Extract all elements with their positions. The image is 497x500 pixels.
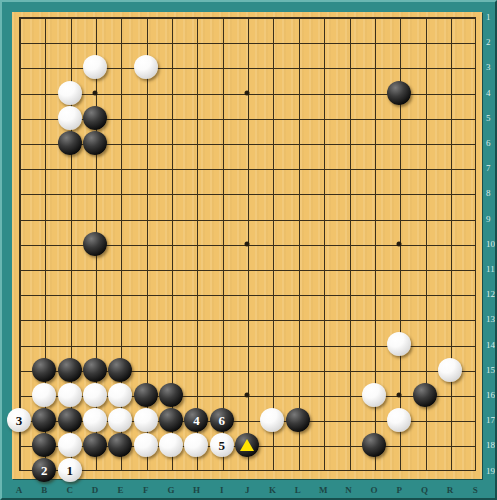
intersection-N17[interactable] [336, 407, 361, 432]
intersection-F18[interactable] [133, 433, 158, 458]
intersection-I16[interactable] [209, 382, 234, 407]
intersection-Q3[interactable] [412, 55, 437, 80]
intersection-B17[interactable] [32, 407, 57, 432]
intersection-K7[interactable] [260, 156, 285, 181]
intersection-J19[interactable] [234, 458, 259, 483]
intersection-D15[interactable] [82, 357, 107, 382]
intersection-M14[interactable] [310, 332, 335, 357]
stone-black-Q16[interactable] [413, 383, 437, 407]
stone-black-L17[interactable] [286, 408, 310, 432]
intersection-A15[interactable] [6, 357, 31, 382]
intersection-D11[interactable] [82, 256, 107, 281]
stone-black-B18[interactable] [32, 433, 56, 457]
intersection-G12[interactable] [158, 281, 183, 306]
intersection-L16[interactable] [285, 382, 310, 407]
intersection-L19[interactable] [285, 458, 310, 483]
intersection-B4[interactable] [32, 80, 57, 105]
intersection-K9[interactable] [260, 206, 285, 231]
intersection-P8[interactable] [386, 181, 411, 206]
intersection-D5[interactable] [82, 105, 107, 130]
intersection-M3[interactable] [310, 55, 335, 80]
intersection-O7[interactable] [361, 156, 386, 181]
intersection-H11[interactable] [184, 256, 209, 281]
intersection-G4[interactable] [158, 80, 183, 105]
intersection-F14[interactable] [133, 332, 158, 357]
intersection-S4[interactable] [463, 80, 488, 105]
intersection-L5[interactable] [285, 105, 310, 130]
intersection-Q5[interactable] [412, 105, 437, 130]
intersection-D19[interactable] [82, 458, 107, 483]
intersection-O2[interactable] [361, 30, 386, 55]
intersection-G1[interactable] [158, 4, 183, 29]
intersection-O6[interactable] [361, 130, 386, 155]
intersection-H3[interactable] [184, 55, 209, 80]
intersection-E13[interactable] [108, 307, 133, 332]
intersection-L13[interactable] [285, 307, 310, 332]
intersection-R10[interactable] [437, 231, 462, 256]
intersection-G19[interactable] [158, 458, 183, 483]
intersection-E5[interactable] [108, 105, 133, 130]
intersection-M5[interactable] [310, 105, 335, 130]
intersection-C3[interactable] [57, 55, 82, 80]
intersection-G6[interactable] [158, 130, 183, 155]
intersection-E7[interactable] [108, 156, 133, 181]
intersection-E11[interactable] [108, 256, 133, 281]
stone-white-F17[interactable] [134, 408, 158, 432]
intersection-K2[interactable] [260, 30, 285, 55]
intersection-H5[interactable] [184, 105, 209, 130]
intersection-D17[interactable] [82, 407, 107, 432]
intersection-D8[interactable] [82, 181, 107, 206]
intersection-Q10[interactable] [412, 231, 437, 256]
intersection-I3[interactable] [209, 55, 234, 80]
intersection-A3[interactable] [6, 55, 31, 80]
intersection-L11[interactable] [285, 256, 310, 281]
intersection-A1[interactable] [6, 4, 31, 29]
intersection-K17[interactable] [260, 407, 285, 432]
stone-white-D16[interactable] [83, 383, 107, 407]
intersection-L8[interactable] [285, 181, 310, 206]
intersection-D14[interactable] [82, 332, 107, 357]
stone-white-P14[interactable] [387, 332, 411, 356]
intersection-N2[interactable] [336, 30, 361, 55]
intersection-J4[interactable] [234, 80, 259, 105]
intersection-M8[interactable] [310, 181, 335, 206]
intersection-M4[interactable] [310, 80, 335, 105]
intersection-J1[interactable] [234, 4, 259, 29]
intersection-L15[interactable] [285, 357, 310, 382]
intersection-P14[interactable] [386, 332, 411, 357]
intersection-N8[interactable] [336, 181, 361, 206]
intersection-F19[interactable] [133, 458, 158, 483]
stone-black-H17[interactable]: 4 [184, 408, 208, 432]
intersection-B14[interactable] [32, 332, 57, 357]
intersection-E4[interactable] [108, 80, 133, 105]
intersection-F1[interactable] [133, 4, 158, 29]
intersection-D12[interactable] [82, 281, 107, 306]
intersection-R2[interactable] [437, 30, 462, 55]
stone-black-C6[interactable] [58, 131, 82, 155]
intersection-C10[interactable] [57, 231, 82, 256]
intersection-C14[interactable] [57, 332, 82, 357]
intersection-R15[interactable] [437, 357, 462, 382]
intersection-M17[interactable] [310, 407, 335, 432]
stone-white-E16[interactable] [108, 383, 132, 407]
intersection-F6[interactable] [133, 130, 158, 155]
intersection-S19[interactable] [463, 458, 488, 483]
stone-black-F16[interactable] [134, 383, 158, 407]
intersection-F13[interactable] [133, 307, 158, 332]
intersection-E3[interactable] [108, 55, 133, 80]
intersection-F2[interactable] [133, 30, 158, 55]
intersection-K13[interactable] [260, 307, 285, 332]
intersection-H10[interactable] [184, 231, 209, 256]
intersection-Q6[interactable] [412, 130, 437, 155]
intersection-C15[interactable] [57, 357, 82, 382]
intersection-P5[interactable] [386, 105, 411, 130]
intersection-A9[interactable] [6, 206, 31, 231]
stone-black-P4[interactable] [387, 81, 411, 105]
intersection-J10[interactable] [234, 231, 259, 256]
intersection-B6[interactable] [32, 130, 57, 155]
stone-black-G17[interactable] [159, 408, 183, 432]
intersection-H13[interactable] [184, 307, 209, 332]
intersection-C19[interactable]: 1 [57, 458, 82, 483]
intersection-M11[interactable] [310, 256, 335, 281]
intersection-A6[interactable] [6, 130, 31, 155]
intersection-N19[interactable] [336, 458, 361, 483]
intersection-O17[interactable] [361, 407, 386, 432]
intersection-F3[interactable] [133, 55, 158, 80]
intersection-N6[interactable] [336, 130, 361, 155]
intersection-R6[interactable] [437, 130, 462, 155]
intersection-S10[interactable] [463, 231, 488, 256]
intersection-J9[interactable] [234, 206, 259, 231]
intersection-R9[interactable] [437, 206, 462, 231]
intersection-I4[interactable] [209, 80, 234, 105]
stone-white-B16[interactable] [32, 383, 56, 407]
intersection-H1[interactable] [184, 4, 209, 29]
intersection-H12[interactable] [184, 281, 209, 306]
intersection-R4[interactable] [437, 80, 462, 105]
intersection-Q7[interactable] [412, 156, 437, 181]
intersection-G7[interactable] [158, 156, 183, 181]
intersection-K4[interactable] [260, 80, 285, 105]
intersection-H9[interactable] [184, 206, 209, 231]
intersection-N3[interactable] [336, 55, 361, 80]
stone-white-P17[interactable] [387, 408, 411, 432]
intersection-E17[interactable] [108, 407, 133, 432]
intersection-D3[interactable] [82, 55, 107, 80]
intersection-O4[interactable] [361, 80, 386, 105]
intersection-K6[interactable] [260, 130, 285, 155]
intersection-S14[interactable] [463, 332, 488, 357]
intersection-K1[interactable] [260, 4, 285, 29]
intersection-A17[interactable]: 3 [6, 407, 31, 432]
intersection-D18[interactable] [82, 433, 107, 458]
intersection-L7[interactable] [285, 156, 310, 181]
intersection-H19[interactable] [184, 458, 209, 483]
stone-black-I17[interactable]: 6 [210, 408, 234, 432]
intersection-O14[interactable] [361, 332, 386, 357]
intersection-G10[interactable] [158, 231, 183, 256]
intersection-I13[interactable] [209, 307, 234, 332]
stone-white-H18[interactable] [184, 433, 208, 457]
stone-white-E17[interactable] [108, 408, 132, 432]
intersection-E10[interactable] [108, 231, 133, 256]
intersection-S16[interactable] [463, 382, 488, 407]
intersection-L6[interactable] [285, 130, 310, 155]
intersection-J11[interactable] [234, 256, 259, 281]
intersection-O13[interactable] [361, 307, 386, 332]
intersection-F8[interactable] [133, 181, 158, 206]
intersection-Q11[interactable] [412, 256, 437, 281]
intersection-S8[interactable] [463, 181, 488, 206]
intersection-C16[interactable] [57, 382, 82, 407]
intersection-S17[interactable] [463, 407, 488, 432]
intersection-I18[interactable]: 5 [209, 433, 234, 458]
intersection-F7[interactable] [133, 156, 158, 181]
intersection-E8[interactable] [108, 181, 133, 206]
intersection-B10[interactable] [32, 231, 57, 256]
intersection-L3[interactable] [285, 55, 310, 80]
intersection-K15[interactable] [260, 357, 285, 382]
stone-black-E18[interactable] [108, 433, 132, 457]
intersection-I9[interactable] [209, 206, 234, 231]
intersection-M2[interactable] [310, 30, 335, 55]
intersection-Q2[interactable] [412, 30, 437, 55]
intersection-K11[interactable] [260, 256, 285, 281]
intersection-R13[interactable] [437, 307, 462, 332]
intersection-O9[interactable] [361, 206, 386, 231]
stone-white-C19[interactable]: 1 [58, 458, 82, 482]
intersection-S1[interactable] [463, 4, 488, 29]
intersection-L18[interactable] [285, 433, 310, 458]
intersection-B7[interactable] [32, 156, 57, 181]
stone-white-F18[interactable] [134, 433, 158, 457]
intersection-Q17[interactable] [412, 407, 437, 432]
intersection-J2[interactable] [234, 30, 259, 55]
intersection-E9[interactable] [108, 206, 133, 231]
intersection-I5[interactable] [209, 105, 234, 130]
intersection-G14[interactable] [158, 332, 183, 357]
intersection-C13[interactable] [57, 307, 82, 332]
intersection-D7[interactable] [82, 156, 107, 181]
intersection-F9[interactable] [133, 206, 158, 231]
intersection-O16[interactable] [361, 382, 386, 407]
stone-black-C17[interactable] [58, 408, 82, 432]
intersection-C7[interactable] [57, 156, 82, 181]
intersection-J14[interactable] [234, 332, 259, 357]
intersection-J3[interactable] [234, 55, 259, 80]
intersection-Q1[interactable] [412, 4, 437, 29]
intersection-A4[interactable] [6, 80, 31, 105]
intersection-S13[interactable] [463, 307, 488, 332]
intersection-E15[interactable] [108, 357, 133, 382]
intersection-B12[interactable] [32, 281, 57, 306]
intersection-J12[interactable] [234, 281, 259, 306]
intersection-F15[interactable] [133, 357, 158, 382]
intersection-A11[interactable] [6, 256, 31, 281]
intersection-J16[interactable] [234, 382, 259, 407]
intersection-I2[interactable] [209, 30, 234, 55]
intersection-P12[interactable] [386, 281, 411, 306]
intersection-N15[interactable] [336, 357, 361, 382]
intersection-L10[interactable] [285, 231, 310, 256]
intersection-C4[interactable] [57, 80, 82, 105]
stone-black-O18[interactable] [362, 433, 386, 457]
intersection-I7[interactable] [209, 156, 234, 181]
intersection-D13[interactable] [82, 307, 107, 332]
intersection-K10[interactable] [260, 231, 285, 256]
intersection-I14[interactable] [209, 332, 234, 357]
intersection-P6[interactable] [386, 130, 411, 155]
intersection-N4[interactable] [336, 80, 361, 105]
intersection-B5[interactable] [32, 105, 57, 130]
intersection-N16[interactable] [336, 382, 361, 407]
stone-black-D18[interactable] [83, 433, 107, 457]
intersection-H2[interactable] [184, 30, 209, 55]
stone-white-C18[interactable] [58, 433, 82, 457]
intersection-S15[interactable] [463, 357, 488, 382]
intersection-K14[interactable] [260, 332, 285, 357]
intersection-S5[interactable] [463, 105, 488, 130]
intersection-R16[interactable] [437, 382, 462, 407]
intersection-R5[interactable] [437, 105, 462, 130]
intersection-P3[interactable] [386, 55, 411, 80]
stone-black-C15[interactable] [58, 358, 82, 382]
intersection-L4[interactable] [285, 80, 310, 105]
intersection-L14[interactable] [285, 332, 310, 357]
intersection-J5[interactable] [234, 105, 259, 130]
stone-white-G18[interactable] [159, 433, 183, 457]
intersection-J17[interactable] [234, 407, 259, 432]
intersection-H6[interactable] [184, 130, 209, 155]
intersection-R11[interactable] [437, 256, 462, 281]
intersection-K19[interactable] [260, 458, 285, 483]
intersection-M15[interactable] [310, 357, 335, 382]
intersection-M12[interactable] [310, 281, 335, 306]
intersection-H8[interactable] [184, 181, 209, 206]
intersection-O18[interactable] [361, 433, 386, 458]
stone-black-D5[interactable] [83, 106, 107, 130]
intersection-E1[interactable] [108, 4, 133, 29]
intersection-O19[interactable] [361, 458, 386, 483]
intersection-O15[interactable] [361, 357, 386, 382]
intersection-M6[interactable] [310, 130, 335, 155]
stone-white-D17[interactable] [83, 408, 107, 432]
intersection-G3[interactable] [158, 55, 183, 80]
intersection-A14[interactable] [6, 332, 31, 357]
intersection-S3[interactable] [463, 55, 488, 80]
intersection-J15[interactable] [234, 357, 259, 382]
intersection-O1[interactable] [361, 4, 386, 29]
intersection-R14[interactable] [437, 332, 462, 357]
intersection-R19[interactable] [437, 458, 462, 483]
intersection-I15[interactable] [209, 357, 234, 382]
intersection-A13[interactable] [6, 307, 31, 332]
intersection-M10[interactable] [310, 231, 335, 256]
intersection-A7[interactable] [6, 156, 31, 181]
intersection-S12[interactable] [463, 281, 488, 306]
intersection-K16[interactable] [260, 382, 285, 407]
intersection-E14[interactable] [108, 332, 133, 357]
intersection-K18[interactable] [260, 433, 285, 458]
stone-white-C5[interactable] [58, 106, 82, 130]
intersection-N14[interactable] [336, 332, 361, 357]
intersection-S11[interactable] [463, 256, 488, 281]
intersection-O5[interactable] [361, 105, 386, 130]
intersection-S7[interactable] [463, 156, 488, 181]
intersection-H16[interactable] [184, 382, 209, 407]
intersection-C6[interactable] [57, 130, 82, 155]
intersection-N7[interactable] [336, 156, 361, 181]
intersection-O11[interactable] [361, 256, 386, 281]
intersection-G13[interactable] [158, 307, 183, 332]
intersection-C2[interactable] [57, 30, 82, 55]
intersection-J13[interactable] [234, 307, 259, 332]
intersection-A16[interactable] [6, 382, 31, 407]
intersection-R7[interactable] [437, 156, 462, 181]
intersection-M1[interactable] [310, 4, 335, 29]
intersection-L1[interactable] [285, 4, 310, 29]
intersection-G5[interactable] [158, 105, 183, 130]
intersection-N18[interactable] [336, 433, 361, 458]
intersection-Q8[interactable] [412, 181, 437, 206]
intersection-E16[interactable] [108, 382, 133, 407]
intersection-D4[interactable] [82, 80, 107, 105]
intersection-I1[interactable] [209, 4, 234, 29]
intersection-K3[interactable] [260, 55, 285, 80]
intersection-N9[interactable] [336, 206, 361, 231]
intersection-L9[interactable] [285, 206, 310, 231]
intersection-P13[interactable] [386, 307, 411, 332]
intersection-C18[interactable] [57, 433, 82, 458]
intersection-P1[interactable] [386, 4, 411, 29]
stone-white-D3[interactable] [83, 55, 107, 79]
intersection-B15[interactable] [32, 357, 57, 382]
intersection-A8[interactable] [6, 181, 31, 206]
intersection-I12[interactable] [209, 281, 234, 306]
intersection-G15[interactable] [158, 357, 183, 382]
intersection-G8[interactable] [158, 181, 183, 206]
intersection-A5[interactable] [6, 105, 31, 130]
intersection-B19[interactable]: 2 [32, 458, 57, 483]
intersection-Q14[interactable] [412, 332, 437, 357]
intersection-P16[interactable] [386, 382, 411, 407]
intersection-K5[interactable] [260, 105, 285, 130]
intersection-P11[interactable] [386, 256, 411, 281]
intersection-B8[interactable] [32, 181, 57, 206]
intersection-N1[interactable] [336, 4, 361, 29]
intersection-H18[interactable] [184, 433, 209, 458]
intersection-S6[interactable] [463, 130, 488, 155]
stone-black-J18[interactable] [235, 433, 259, 457]
intersection-S18[interactable] [463, 433, 488, 458]
stone-black-B15[interactable] [32, 358, 56, 382]
intersection-H7[interactable] [184, 156, 209, 181]
intersection-C17[interactable] [57, 407, 82, 432]
intersection-Q18[interactable] [412, 433, 437, 458]
intersection-E6[interactable] [108, 130, 133, 155]
intersection-A12[interactable] [6, 281, 31, 306]
intersection-K12[interactable] [260, 281, 285, 306]
intersection-Q9[interactable] [412, 206, 437, 231]
intersection-O8[interactable] [361, 181, 386, 206]
intersection-D10[interactable] [82, 231, 107, 256]
intersection-D2[interactable] [82, 30, 107, 55]
intersection-B2[interactable] [32, 30, 57, 55]
